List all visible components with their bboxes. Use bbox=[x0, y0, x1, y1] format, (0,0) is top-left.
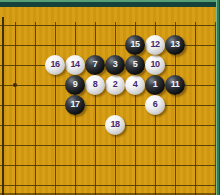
stone-move-14-white-G17: 14 bbox=[65, 55, 85, 75]
go-client-window: 123456789101112131415161718 bbox=[0, 0, 220, 195]
stone-move-6-white-L15: 6 bbox=[145, 95, 165, 115]
stone-move-7-black-H17: 7 bbox=[85, 55, 105, 75]
stone-move-11-black-M16: 11 bbox=[165, 75, 185, 95]
stone-move-18-white-J14: 18 bbox=[105, 115, 125, 135]
go-board[interactable]: 123456789101112131415161718 bbox=[0, 0, 220, 195]
grid-line-vertical-N bbox=[195, 22, 196, 195]
grid-line-vertical-H bbox=[95, 22, 96, 195]
window-border-bottom bbox=[0, 193, 216, 195]
window-border-top bbox=[0, 0, 220, 7]
stone-move-13-black-M18: 13 bbox=[165, 35, 185, 55]
window-border-right bbox=[216, 0, 220, 195]
stone-move-8-white-H16: 8 bbox=[85, 75, 105, 95]
stone-move-10-white-L17: 10 bbox=[145, 55, 165, 75]
stone-move-17-black-G15: 17 bbox=[65, 95, 85, 115]
grid-line-horizontal-15 bbox=[0, 105, 216, 106]
grid-line-vertical-J bbox=[115, 22, 116, 195]
stone-move-12-white-L18: 12 bbox=[145, 35, 165, 55]
grid-line-vertical-F bbox=[55, 22, 56, 195]
grid-line-horizontal-13 bbox=[0, 145, 216, 146]
stone-move-3-black-J17: 3 bbox=[105, 55, 125, 75]
grid-line-horizontal-11 bbox=[0, 185, 216, 186]
stone-move-5-black-K17: 5 bbox=[125, 55, 145, 75]
stone-move-9-black-G16: 9 bbox=[65, 75, 85, 95]
grid-line-horizontal-12 bbox=[0, 165, 216, 166]
grid-line-horizontal-19 bbox=[0, 25, 216, 26]
grid-line-vertical-E bbox=[35, 22, 36, 195]
stone-move-2-white-J16: 2 bbox=[105, 75, 125, 95]
stone-move-16-white-F17: 16 bbox=[45, 55, 65, 75]
star-point-D16 bbox=[13, 83, 17, 87]
stone-move-4-white-K16: 4 bbox=[125, 75, 145, 95]
stone-move-1-black-L16: 1 bbox=[145, 75, 165, 95]
grid-line-vertical-D bbox=[15, 22, 16, 195]
board-left-edge-line bbox=[2, 17, 4, 195]
stone-move-15-black-K18: 15 bbox=[125, 35, 145, 55]
